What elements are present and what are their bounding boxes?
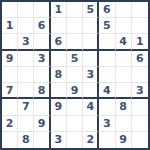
- empty-cell-r6-c2[interactable]: [18, 83, 34, 99]
- empty-cell-r3-c3[interactable]: [34, 34, 50, 50]
- given-cell-r4-c9: 6: [132, 51, 148, 67]
- empty-cell-r8-c2[interactable]: [18, 116, 34, 132]
- empty-cell-r2-c2[interactable]: [18, 18, 34, 34]
- given-cell-r6-c3: 8: [34, 83, 50, 99]
- given-cell-r3-c8: 4: [116, 34, 132, 50]
- empty-cell-r9-c1[interactable]: [2, 132, 18, 148]
- empty-cell-r4-c4[interactable]: [51, 51, 67, 67]
- given-cell-r2-c7: 5: [99, 18, 115, 34]
- empty-cell-r1-c2[interactable]: [18, 2, 34, 18]
- empty-cell-r7-c1[interactable]: [2, 99, 18, 115]
- given-cell-r8-c1: 2: [2, 116, 18, 132]
- empty-cell-r8-c8[interactable]: [116, 116, 132, 132]
- empty-cell-r3-c1[interactable]: [2, 34, 18, 50]
- given-cell-r9-c8: 9: [116, 132, 132, 148]
- empty-cell-r3-c5[interactable]: [67, 34, 83, 50]
- empty-cell-r2-c6[interactable]: [83, 18, 99, 34]
- given-cell-r5-c4: 8: [51, 67, 67, 83]
- given-cell-r7-c2: 7: [18, 99, 34, 115]
- empty-cell-r1-c8[interactable]: [116, 2, 132, 18]
- given-cell-r7-c4: 9: [51, 99, 67, 115]
- empty-cell-r3-c6[interactable]: [83, 34, 99, 50]
- empty-cell-r5-c1[interactable]: [2, 67, 18, 83]
- empty-cell-r2-c9[interactable]: [132, 18, 148, 34]
- empty-cell-r9-c3[interactable]: [34, 132, 50, 148]
- empty-cell-r4-c7[interactable]: [99, 51, 115, 67]
- empty-cell-r6-c6[interactable]: [83, 83, 99, 99]
- empty-cell-r2-c5[interactable]: [67, 18, 83, 34]
- empty-cell-r8-c9[interactable]: [132, 116, 148, 132]
- empty-cell-r2-c8[interactable]: [116, 18, 132, 34]
- empty-cell-r9-c9[interactable]: [132, 132, 148, 148]
- empty-cell-r4-c6[interactable]: [83, 51, 99, 67]
- given-cell-r6-c7: 4: [99, 83, 115, 99]
- empty-cell-r5-c8[interactable]: [116, 67, 132, 83]
- empty-cell-r8-c5[interactable]: [67, 116, 83, 132]
- given-cell-r2-c1: 1: [2, 18, 18, 34]
- given-cell-r5-c6: 3: [83, 67, 99, 83]
- empty-cell-r4-c8[interactable]: [116, 51, 132, 67]
- given-cell-r9-c6: 2: [83, 132, 99, 148]
- given-cell-r8-c3: 9: [34, 116, 50, 132]
- given-cell-r9-c2: 8: [18, 132, 34, 148]
- sudoku-board: 15616536419356837894379482938329: [0, 0, 150, 150]
- given-cell-r6-c5: 9: [67, 83, 83, 99]
- empty-cell-r3-c7[interactable]: [99, 34, 115, 50]
- empty-cell-r4-c2[interactable]: [18, 51, 34, 67]
- given-cell-r1-c4: 1: [51, 2, 67, 18]
- empty-cell-r5-c7[interactable]: [99, 67, 115, 83]
- given-cell-r6-c9: 3: [132, 83, 148, 99]
- empty-cell-r8-c6[interactable]: [83, 116, 99, 132]
- empty-cell-r1-c9[interactable]: [132, 2, 148, 18]
- empty-cell-r7-c7[interactable]: [99, 99, 115, 115]
- given-cell-r4-c3: 3: [34, 51, 50, 67]
- empty-cell-r1-c3[interactable]: [34, 2, 50, 18]
- empty-cell-r5-c2[interactable]: [18, 67, 34, 83]
- empty-cell-r6-c8[interactable]: [116, 83, 132, 99]
- empty-cell-r5-c3[interactable]: [34, 67, 50, 83]
- empty-cell-r9-c5[interactable]: [67, 132, 83, 148]
- given-cell-r3-c4: 6: [51, 34, 67, 50]
- given-cell-r7-c8: 8: [116, 99, 132, 115]
- given-cell-r9-c4: 3: [51, 132, 67, 148]
- given-cell-r2-c3: 6: [34, 18, 50, 34]
- empty-cell-r2-c4[interactable]: [51, 18, 67, 34]
- given-cell-r6-c1: 7: [2, 83, 18, 99]
- given-cell-r4-c5: 5: [67, 51, 83, 67]
- empty-cell-r1-c5[interactable]: [67, 2, 83, 18]
- given-cell-r7-c6: 4: [83, 99, 99, 115]
- given-cell-r3-c2: 3: [18, 34, 34, 50]
- empty-cell-r9-c7[interactable]: [99, 132, 115, 148]
- given-cell-r8-c7: 3: [99, 116, 115, 132]
- empty-cell-r7-c3[interactable]: [34, 99, 50, 115]
- empty-cell-r5-c5[interactable]: [67, 67, 83, 83]
- empty-cell-r1-c1[interactable]: [2, 2, 18, 18]
- empty-cell-r5-c9[interactable]: [132, 67, 148, 83]
- given-cell-r1-c6: 5: [83, 2, 99, 18]
- empty-cell-r7-c9[interactable]: [132, 99, 148, 115]
- empty-cell-r7-c5[interactable]: [67, 99, 83, 115]
- given-cell-r1-c7: 6: [99, 2, 115, 18]
- empty-cell-r8-c4[interactable]: [51, 116, 67, 132]
- given-cell-r4-c1: 9: [2, 51, 18, 67]
- empty-cell-r6-c4[interactable]: [51, 83, 67, 99]
- given-cell-r3-c9: 1: [132, 34, 148, 50]
